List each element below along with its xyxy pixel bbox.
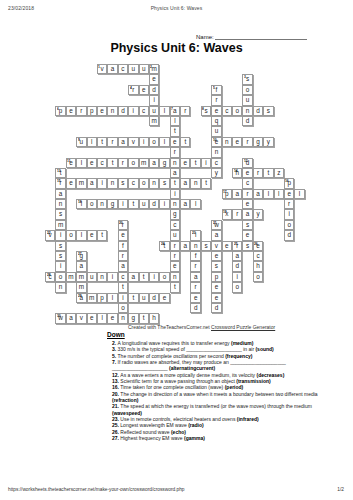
cell-letter: u [90, 274, 94, 280]
grid-cell: t [263, 168, 273, 178]
cell-letter: m [79, 274, 84, 280]
grid-cell: r [190, 261, 200, 271]
cell-letter: l [268, 191, 269, 197]
grid-cell: l [274, 189, 284, 199]
grid-cell: c [170, 220, 180, 230]
cell-letter: o [256, 274, 260, 280]
grid-cell: a [190, 272, 200, 282]
cell-letter: l [91, 139, 92, 145]
grid-cell: m [76, 178, 86, 188]
grid-cell: c [97, 158, 107, 168]
generator-credit: Created with TheTeachersCorner.net Cross… [128, 324, 275, 330]
cell-letter: t [122, 284, 124, 290]
grid-cell: 2m [149, 64, 159, 74]
cell-letter: p [59, 108, 63, 114]
cell-letter: d [152, 295, 156, 301]
grid-cell: e [87, 230, 97, 240]
clue-item: 7. If radio waves are absorbed, they may… [112, 359, 340, 372]
generator-credit-text: Created with TheTeachersCorner.net [128, 324, 211, 330]
cell-letter: i [60, 232, 61, 238]
cell-number: 14 [234, 169, 238, 172]
cell-letter: c [132, 180, 135, 186]
grid-cell: p [97, 293, 107, 303]
cell-letter: o [90, 201, 94, 207]
cell-letter: r [215, 97, 217, 103]
cell-letter: s [163, 180, 166, 186]
grid-cell: a [170, 168, 180, 178]
grid-cell: g [159, 158, 169, 168]
grid-cell: v [76, 313, 86, 323]
print-header-title: Physics Unit 6: Waves [0, 5, 353, 11]
cell-letter: i [174, 191, 175, 197]
grid-cell: 4r [128, 85, 138, 95]
cell-number: 15 [57, 179, 61, 182]
page-title: Physics Unit 6: Waves [0, 41, 353, 55]
clue-text: The change in direction of a wave when i… [120, 391, 317, 397]
crossword-grid: 1vacuu2me3s4red5foiru6perpendicul7ar8sec… [45, 64, 305, 324]
cell-letter: t [268, 170, 270, 176]
grid-cell: r [180, 106, 190, 116]
grid-cell: m [76, 272, 86, 282]
grid-cell: i [97, 178, 107, 188]
grid-cell: i [201, 158, 211, 168]
cell-letter: o [163, 274, 167, 280]
cell-letter: e [111, 315, 115, 321]
grid-cell: 11e [66, 158, 76, 168]
grid-cell: t [139, 272, 149, 282]
grid-cell: i [107, 272, 117, 282]
cell-letter: a [173, 170, 177, 176]
grid-cell: l [159, 137, 169, 147]
grid-cell: i [118, 293, 128, 303]
cell-letter: r [174, 243, 176, 249]
cell-letter: a [121, 263, 125, 269]
grid-cell: 22v [45, 230, 55, 240]
cell-letter: e [194, 295, 198, 301]
cell-letter: r [236, 211, 238, 217]
cell-letter: a [90, 180, 94, 186]
grid-cell: e [180, 158, 190, 168]
grid-cell: r [170, 251, 180, 261]
cell-letter: r [174, 253, 176, 259]
cell-letter: m [79, 284, 84, 290]
cell-letter: s [59, 211, 62, 217]
grid-cell: l [263, 189, 273, 199]
grid-cell: t [170, 178, 180, 188]
grid-cell: 27g [76, 251, 86, 261]
grid-cell: i [139, 137, 149, 147]
grid-cell: c [222, 106, 232, 116]
cell-letter: s [246, 243, 249, 249]
grid-cell: y [253, 209, 263, 219]
generator-link: Crossword Puzzle Generator [211, 324, 275, 330]
grid-cell: 20r [118, 220, 128, 230]
cell-letter: m [141, 160, 146, 166]
cell-letter: o [142, 180, 146, 186]
grid-cell: m [139, 158, 149, 168]
grid-cell: c [242, 178, 252, 188]
cell-letter: i [143, 139, 144, 145]
cell-letter: u [173, 232, 177, 238]
grid-cell: l [159, 106, 169, 116]
grid-cell: a [149, 158, 159, 168]
cell-number: 23 [192, 231, 196, 234]
clue-text: A longitudinal wave requires this to tra… [118, 340, 231, 346]
cell-letter: c [121, 274, 124, 280]
cell-letter: i [153, 97, 154, 103]
grid-cell: u [139, 293, 149, 303]
grid-cell: n [222, 137, 232, 147]
grid-cell: 1v [97, 64, 107, 74]
grid-cell: n [170, 158, 180, 168]
cell-letter: d [235, 263, 239, 269]
cell-letter: a [69, 315, 73, 321]
cell-letter: e [215, 295, 219, 301]
grid-cell: t [139, 313, 149, 323]
cell-letter: n [152, 180, 156, 186]
cell-letter: r [111, 139, 113, 145]
grid-cell: a [232, 189, 242, 199]
clue-answer: (frequency) [225, 353, 252, 359]
grid-cell: e [190, 293, 200, 303]
cell-letter: r [195, 263, 197, 269]
cell-letter: e [215, 108, 219, 114]
grid-cell: a [76, 261, 86, 271]
cell-letter: s [215, 263, 218, 269]
grid-cell: z [274, 168, 284, 178]
clue-answer: (period) [225, 384, 244, 390]
grid-cell: e [242, 230, 252, 240]
cell-letter: s [204, 108, 207, 114]
grid-cell: e [284, 189, 294, 199]
cell-letter: e [69, 180, 73, 186]
grid-cell: e [211, 282, 221, 292]
grid-cell: e [242, 168, 252, 178]
cell-letter: c [246, 180, 249, 186]
cell-number: 20 [119, 221, 123, 224]
cell-letter: r [247, 139, 249, 145]
grid-cell: a [180, 199, 190, 209]
name-label: Name: [196, 34, 214, 40]
grid-cell: d [149, 85, 159, 95]
clue-answer: (medium) [231, 340, 254, 346]
cell-letter: h [256, 263, 260, 269]
grid-cell: i [159, 199, 169, 209]
cell-number: 17 [223, 190, 227, 193]
grid-cell: h [149, 313, 159, 323]
grid-cell: o [242, 85, 252, 95]
grid-cell: c [118, 64, 128, 74]
cell-letter: f [216, 87, 218, 93]
cell-letter: f [195, 253, 197, 259]
grid-cell: a [242, 209, 252, 219]
cell-letter: l [299, 191, 300, 197]
cell-number: 21 [213, 221, 217, 224]
cell-letter: e [152, 76, 156, 82]
cell-letter: e [215, 253, 219, 259]
grid-cell: r [284, 199, 294, 209]
cell-letter: n [173, 274, 177, 280]
grid-cell: i [284, 209, 294, 219]
cell-letter: a [121, 139, 125, 145]
grid-cell: t [170, 282, 180, 292]
cell-letter: a [235, 191, 239, 197]
grid-cell: e [211, 293, 221, 303]
cell-letter: i [60, 263, 61, 269]
grid-cell: e [87, 313, 97, 323]
grid-cell: u [170, 230, 180, 240]
cell-letter: n [194, 180, 198, 186]
cell-letter: u [142, 295, 146, 301]
cell-letter: c [215, 160, 218, 166]
grid-cell: n [149, 178, 159, 188]
cell-letter: l [164, 139, 165, 145]
grid-cell: r [211, 95, 221, 105]
cell-letter: d [256, 108, 260, 114]
cell-letter: l [101, 315, 102, 321]
grid-cell: p [87, 106, 97, 116]
grid-cell: e [211, 251, 221, 261]
cell-letter: l [81, 160, 82, 166]
cell-letter: a [246, 211, 250, 217]
grid-cell: r [232, 209, 242, 219]
cell-number: 4 [130, 86, 132, 89]
cell-letter: n [111, 108, 115, 114]
cell-letter: r [122, 160, 124, 166]
grid-cell: m [55, 220, 65, 230]
grid-cell: o [128, 158, 138, 168]
cell-letter: n [59, 284, 63, 290]
cell-letter: a [80, 263, 84, 269]
grid-cell: d [211, 303, 221, 313]
grid-cell: p [211, 272, 221, 282]
grid-cell: o [253, 272, 263, 282]
grid-cell: l [107, 293, 117, 303]
clue-answer: (echo) [171, 429, 186, 435]
cell-letter: t [101, 139, 103, 145]
grid-cell: s [242, 241, 252, 251]
grid-cell: 14h [232, 168, 242, 178]
cell-letter: e [100, 108, 104, 114]
cell-letter: v [101, 66, 104, 72]
grid-cell: m [87, 293, 97, 303]
grid-cell: u [149, 106, 159, 116]
cell-letter: i [164, 201, 165, 207]
cell-letter: y [215, 170, 218, 176]
grid-cell: i [149, 272, 159, 282]
grid-cell: t [190, 158, 200, 168]
clue-answer: (refraction) [112, 397, 138, 403]
grid-cell: a [107, 64, 117, 74]
grid-cell: e [66, 178, 76, 188]
grid-cell: o [55, 272, 65, 282]
grid-cell: a [211, 230, 221, 240]
cell-letter: o [69, 232, 73, 238]
grid-cell: y [211, 168, 221, 178]
print-footer-url: https://worksheets.theteacherscorner.net… [8, 487, 185, 492]
name-field: Name: [196, 33, 307, 40]
grid-cell: s [242, 220, 252, 230]
cell-letter: t [143, 274, 145, 280]
cell-letter: i [237, 274, 238, 280]
cell-number: 24 [161, 242, 165, 245]
cell-letter: u [142, 201, 146, 207]
grid-cell: 7a [170, 106, 180, 116]
grid-cell: t [180, 137, 190, 147]
cell-letter: d [246, 118, 250, 124]
cell-letter: r [195, 284, 197, 290]
grid-cell: c [118, 272, 128, 282]
cell-letter: t [112, 160, 114, 166]
grid-cell: t [97, 137, 107, 147]
cell-letter: m [89, 295, 94, 301]
grid-cell: n [242, 106, 252, 116]
grid-cell: a [253, 189, 263, 199]
cell-letter: e [287, 191, 291, 197]
grid-cell: o [118, 303, 128, 313]
cell-letter: t [195, 160, 197, 166]
grid-cell: r [242, 137, 252, 147]
grid-cell: 18l [76, 199, 86, 209]
grid-cell: r [170, 241, 180, 251]
cell-letter: e [142, 87, 146, 93]
cell-letter: g [256, 139, 260, 145]
cell-letter: n [121, 315, 125, 321]
cell-letter: a [152, 160, 156, 166]
clue-text: The number of complete oscillations per … [118, 353, 226, 359]
grid-cell: 19x [222, 209, 232, 219]
cell-letter: n [100, 274, 104, 280]
grid-cell: g [107, 199, 117, 209]
clue-answer: (gamma) [184, 435, 205, 441]
clue-answer: (transmission) [236, 378, 270, 384]
cell-letter: y [267, 139, 270, 145]
grid-cell: o [66, 230, 76, 240]
grid-cell: 29a [76, 293, 86, 303]
grid-cell: g [128, 313, 138, 323]
clue-text: As a wave enters a more optically dense … [120, 372, 256, 378]
grid-cell: i [118, 199, 128, 209]
grid-cell: t [128, 293, 138, 303]
grid-cell: l [190, 199, 200, 209]
grid-cell: t [107, 158, 117, 168]
cell-letter: o [121, 305, 125, 311]
grid-cell: e [232, 137, 242, 147]
grid-cell: r [107, 137, 117, 147]
cell-letter: t [143, 315, 145, 321]
grid-cell: t [97, 230, 107, 240]
grid-cell: o [284, 220, 294, 230]
grid-cell: c [128, 178, 138, 188]
grid-cell: l [170, 116, 180, 126]
cell-letter: m [151, 66, 156, 72]
cell-letter: e [90, 315, 94, 321]
cell-letter: e [173, 139, 177, 145]
grid-cell: c [211, 158, 221, 168]
cell-letter: p [100, 295, 104, 301]
cell-letter: c [256, 253, 259, 259]
cell-letter: a [215, 232, 219, 238]
grid-cell: c [253, 251, 263, 261]
cell-number: 13 [57, 169, 61, 172]
cell-letter: s [246, 222, 249, 228]
grid-cell: 12d [242, 158, 252, 168]
cell-letter: g [173, 211, 177, 217]
cell-letter: r [257, 170, 259, 176]
grid-cell: 8s [201, 106, 211, 116]
cell-letter: u [132, 66, 136, 72]
grid-cell: u [128, 64, 138, 74]
cell-letter: r [247, 191, 249, 197]
cell-letter: i [112, 274, 113, 280]
cell-letter: a [183, 201, 187, 207]
cell-letter: e [90, 232, 94, 238]
grid-cell: d [284, 230, 294, 240]
grid-cell: i [149, 95, 159, 105]
grid-cell: r [118, 158, 128, 168]
cell-letter: a [235, 253, 239, 259]
cell-letter: l [174, 118, 175, 124]
cell-letter: a [183, 243, 187, 249]
cell-letter: u [142, 66, 146, 72]
grid-cell: n [55, 282, 65, 292]
cell-letter: e [225, 243, 229, 249]
cell-letter: n [100, 201, 104, 207]
grid-cell: r [76, 106, 86, 116]
cell-letter: a [59, 191, 63, 197]
clue-text: Longest wavelength EM wave [120, 422, 188, 428]
cell-letter: e [121, 232, 125, 238]
cell-letter: g [163, 160, 167, 166]
cell-letter: u [152, 108, 156, 114]
grid-cell: q [211, 116, 221, 126]
cell-number: 18 [78, 200, 82, 203]
grid-cell: e [97, 106, 107, 116]
cell-letter: o [235, 108, 239, 114]
cell-letter: e [246, 201, 250, 207]
down-clues-list: 2. A longitudinal wave requires this to … [112, 340, 340, 442]
grid-cell: y [263, 137, 273, 147]
cell-number: 22 [47, 231, 51, 234]
grid-cell: f [190, 251, 200, 261]
cell-letter: d [215, 305, 219, 311]
grid-cell: d [242, 116, 252, 126]
grid-cell: n [55, 199, 65, 209]
grid-cell: 17p [222, 189, 232, 199]
cell-letter: v [80, 315, 83, 321]
grid-cell: n [107, 106, 117, 116]
grid-cell: 23i [190, 230, 200, 240]
grid-cell: s [159, 178, 169, 188]
cell-letter: c [142, 108, 145, 114]
cell-letter: u [215, 128, 219, 134]
grid-cell: l [76, 230, 86, 240]
cell-letter: v [132, 139, 135, 145]
grid-cell: a [55, 189, 65, 199]
grid-cell: n [190, 241, 200, 251]
grid-cell: d [149, 293, 159, 303]
grid-cell: 28c [45, 272, 55, 282]
grid-cell: d [149, 199, 159, 209]
grid-cell: m [76, 282, 86, 292]
cell-letter: e [69, 108, 73, 114]
grid-cell: 30w [55, 313, 65, 323]
grid-cell: i [55, 230, 65, 240]
grid-cell: r [242, 189, 252, 199]
cell-number: 9 [78, 138, 80, 141]
grid-cell: n [97, 199, 107, 209]
clue-answer: (radio) [188, 422, 204, 428]
